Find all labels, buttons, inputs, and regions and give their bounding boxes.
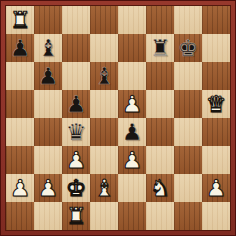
square-a3[interactable] (6, 146, 34, 174)
square-e8[interactable] (118, 6, 146, 34)
square-f4[interactable] (146, 118, 174, 146)
square-d6[interactable]: ♝ (90, 62, 118, 90)
square-d8[interactable] (90, 6, 118, 34)
square-b1[interactable] (34, 202, 62, 230)
square-a7[interactable]: ♟ (6, 34, 34, 62)
square-h5[interactable]: ♛ (202, 90, 230, 118)
square-g2[interactable] (174, 174, 202, 202)
black-pawn-b6[interactable]: ♟ (38, 62, 59, 90)
square-c5[interactable]: ♟ (62, 90, 90, 118)
square-b4[interactable] (34, 118, 62, 146)
square-a1[interactable] (6, 202, 34, 230)
white-pawn-e5[interactable]: ♟ (122, 90, 143, 118)
square-h6[interactable] (202, 62, 230, 90)
black-king-g7[interactable]: ♚ (178, 34, 199, 62)
black-bishop-b7[interactable]: ♝ (38, 34, 59, 62)
square-b2[interactable]: ♟ (34, 174, 62, 202)
white-bishop-d2[interactable]: ♝ (94, 174, 115, 202)
square-f7[interactable]: ♜ (146, 34, 174, 62)
white-queen-h5[interactable]: ♛ (206, 90, 227, 118)
square-e7[interactable] (118, 34, 146, 62)
square-g3[interactable] (174, 146, 202, 174)
white-pawn-h2[interactable]: ♟ (206, 174, 227, 202)
square-f3[interactable] (146, 146, 174, 174)
square-b7[interactable]: ♝ (34, 34, 62, 62)
square-h4[interactable] (202, 118, 230, 146)
white-pawn-a2[interactable]: ♟ (10, 174, 31, 202)
square-e4[interactable]: ♟ (118, 118, 146, 146)
square-f8[interactable] (146, 6, 174, 34)
square-c3[interactable]: ♟ (62, 146, 90, 174)
black-pawn-a7[interactable]: ♟ (10, 34, 31, 62)
square-d1[interactable] (90, 202, 118, 230)
black-pawn-c5[interactable]: ♟ (66, 90, 87, 118)
square-a6[interactable] (6, 62, 34, 90)
square-e1[interactable] (118, 202, 146, 230)
board-frame: ♜♟♝♜♚♟♝♟♟♛♛♟♟♟♟♟♚♝♞♟♜ (0, 0, 236, 236)
square-e2[interactable] (118, 174, 146, 202)
square-d2[interactable]: ♝ (90, 174, 118, 202)
black-queen-c4[interactable]: ♛ (66, 118, 87, 146)
square-c2[interactable]: ♚ (62, 174, 90, 202)
square-c4[interactable]: ♛ (62, 118, 90, 146)
square-g1[interactable] (174, 202, 202, 230)
square-e3[interactable]: ♟ (118, 146, 146, 174)
white-pawn-e3[interactable]: ♟ (122, 146, 143, 174)
square-b3[interactable] (34, 146, 62, 174)
white-rook-a8[interactable]: ♜ (10, 6, 31, 34)
square-b6[interactable]: ♟ (34, 62, 62, 90)
square-a2[interactable]: ♟ (6, 174, 34, 202)
square-h1[interactable] (202, 202, 230, 230)
square-d7[interactable] (90, 34, 118, 62)
white-pawn-c3[interactable]: ♟ (66, 146, 87, 174)
square-e6[interactable] (118, 62, 146, 90)
square-f2[interactable]: ♞ (146, 174, 174, 202)
black-rook-f7[interactable]: ♜ (150, 34, 171, 62)
square-c7[interactable] (62, 34, 90, 62)
chess-board[interactable]: ♜♟♝♜♚♟♝♟♟♛♛♟♟♟♟♟♚♝♞♟♜ (6, 6, 230, 230)
square-b8[interactable] (34, 6, 62, 34)
white-rook-c1[interactable]: ♜ (66, 202, 87, 230)
white-king-c2[interactable]: ♚ (66, 174, 87, 202)
square-f1[interactable] (146, 202, 174, 230)
square-d4[interactable] (90, 118, 118, 146)
square-g4[interactable] (174, 118, 202, 146)
square-h2[interactable]: ♟ (202, 174, 230, 202)
square-g6[interactable] (174, 62, 202, 90)
square-a5[interactable] (6, 90, 34, 118)
black-pawn-e4[interactable]: ♟ (122, 118, 143, 146)
square-h8[interactable] (202, 6, 230, 34)
square-e5[interactable]: ♟ (118, 90, 146, 118)
square-c8[interactable] (62, 6, 90, 34)
square-g7[interactable]: ♚ (174, 34, 202, 62)
square-b5[interactable] (34, 90, 62, 118)
white-knight-f2[interactable]: ♞ (150, 174, 171, 202)
square-f6[interactable] (146, 62, 174, 90)
square-a8[interactable]: ♜ (6, 6, 34, 34)
square-h7[interactable] (202, 34, 230, 62)
square-d5[interactable] (90, 90, 118, 118)
square-f5[interactable] (146, 90, 174, 118)
square-a4[interactable] (6, 118, 34, 146)
black-bishop-d6[interactable]: ♝ (94, 62, 115, 90)
square-g5[interactable] (174, 90, 202, 118)
square-c6[interactable] (62, 62, 90, 90)
square-g8[interactable] (174, 6, 202, 34)
square-d3[interactable] (90, 146, 118, 174)
square-c1[interactable]: ♜ (62, 202, 90, 230)
white-pawn-b2[interactable]: ♟ (38, 174, 59, 202)
square-h3[interactable] (202, 146, 230, 174)
